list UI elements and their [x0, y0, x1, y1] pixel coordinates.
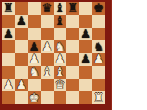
white-queen: ♛	[55, 79, 66, 91]
square-h4[interactable]: ♟	[92, 53, 105, 66]
white-pawn: ♟	[16, 79, 27, 91]
square-g4[interactable]: ♟	[79, 53, 92, 66]
square-f7[interactable]	[66, 15, 79, 28]
square-c7[interactable]	[28, 15, 41, 28]
square-e2[interactable]: ♛	[54, 79, 67, 92]
square-e6[interactable]	[54, 28, 67, 41]
black-queen: ♛	[42, 2, 53, 14]
square-e4[interactable]: ♟	[54, 53, 67, 66]
square-f1[interactable]	[66, 91, 79, 104]
square-d6[interactable]	[41, 28, 54, 41]
square-a3[interactable]	[2, 66, 15, 79]
black-pawn: ♟	[3, 28, 14, 40]
square-d3[interactable]: ♝	[41, 66, 54, 79]
black-king: ♚	[93, 2, 104, 14]
white-pawn: ♟	[42, 40, 53, 52]
white-pawn: ♟	[93, 53, 104, 65]
square-a2[interactable]: ♟	[2, 79, 15, 92]
white-knight: ♞	[55, 40, 66, 52]
square-d8[interactable]: ♛	[41, 2, 54, 15]
square-a8[interactable]: ♜	[2, 2, 15, 15]
white-bishop: ♝	[55, 66, 66, 78]
square-b4[interactable]	[15, 53, 28, 66]
square-g3[interactable]	[79, 66, 92, 79]
square-c8[interactable]	[28, 2, 41, 15]
square-f2[interactable]	[66, 79, 79, 92]
square-b1[interactable]	[15, 91, 28, 104]
square-c1[interactable]: ♚	[28, 91, 41, 104]
square-h1[interactable]: ♜	[92, 91, 105, 104]
square-e1[interactable]	[54, 91, 67, 104]
black-pawn: ♟	[29, 40, 40, 52]
square-e5[interactable]: ♞	[54, 40, 67, 53]
square-d1[interactable]	[41, 91, 54, 104]
square-g8[interactable]	[79, 2, 92, 15]
black-pawn: ♟	[80, 28, 91, 40]
square-a4[interactable]	[2, 53, 15, 66]
black-knight: ♞	[93, 40, 104, 52]
square-b6[interactable]	[15, 28, 28, 41]
black-bishop: ♝	[55, 15, 66, 27]
black-bishop: ♝	[55, 2, 66, 14]
square-e3[interactable]: ♝	[54, 66, 67, 79]
square-h5[interactable]: ♞	[92, 40, 105, 53]
white-king: ♚	[29, 91, 40, 103]
chess-board-frame: ♜♛♝♜♚♟♝♟♟♟♟♞♞♟♟♟♟♞♝♝♟♟♛♚♜	[0, 0, 112, 110]
square-e7[interactable]: ♝	[54, 15, 67, 28]
square-d4[interactable]	[41, 53, 54, 66]
square-c6[interactable]	[28, 28, 41, 41]
square-c5[interactable]: ♟	[28, 40, 41, 53]
square-g5[interactable]	[79, 40, 92, 53]
square-g6[interactable]: ♟	[79, 28, 92, 41]
square-e8[interactable]: ♝	[54, 2, 67, 15]
square-a1[interactable]	[2, 91, 15, 104]
square-g7[interactable]	[79, 15, 92, 28]
square-f6[interactable]	[66, 28, 79, 41]
square-b5[interactable]	[15, 40, 28, 53]
square-f3[interactable]	[66, 66, 79, 79]
square-h2[interactable]	[92, 79, 105, 92]
black-rook: ♜	[3, 2, 14, 14]
square-a6[interactable]: ♟	[2, 28, 15, 41]
square-h8[interactable]: ♚	[92, 2, 105, 15]
square-b2[interactable]: ♟	[15, 79, 28, 92]
square-d2[interactable]	[41, 79, 54, 92]
square-h3[interactable]	[92, 66, 105, 79]
white-bishop: ♝	[42, 66, 53, 78]
square-c3[interactable]: ♞	[28, 66, 41, 79]
square-f5[interactable]	[66, 40, 79, 53]
square-b8[interactable]	[15, 2, 28, 15]
white-rook: ♜	[93, 91, 104, 103]
white-pawn: ♟	[29, 53, 40, 65]
square-f8[interactable]: ♜	[66, 2, 79, 15]
square-g1[interactable]	[79, 91, 92, 104]
white-knight: ♞	[29, 66, 40, 78]
square-h6[interactable]	[92, 28, 105, 41]
chess-board: ♜♛♝♜♚♟♝♟♟♟♟♞♞♟♟♟♟♞♝♝♟♟♛♚♜	[2, 2, 105, 104]
square-b7[interactable]: ♟	[15, 15, 28, 28]
square-d5[interactable]: ♟	[41, 40, 54, 53]
square-f4[interactable]	[66, 53, 79, 66]
square-c2[interactable]	[28, 79, 41, 92]
white-pawn: ♟	[55, 53, 66, 65]
square-c4[interactable]: ♟	[28, 53, 41, 66]
square-a7[interactable]	[2, 15, 15, 28]
square-b3[interactable]	[15, 66, 28, 79]
black-pawn: ♟	[80, 53, 91, 65]
black-pawn: ♟	[16, 15, 27, 27]
white-pawn: ♟	[3, 79, 14, 91]
square-h7[interactable]	[92, 15, 105, 28]
square-d7[interactable]	[41, 15, 54, 28]
black-rook: ♜	[67, 2, 78, 14]
square-g2[interactable]	[79, 79, 92, 92]
square-a5[interactable]	[2, 40, 15, 53]
